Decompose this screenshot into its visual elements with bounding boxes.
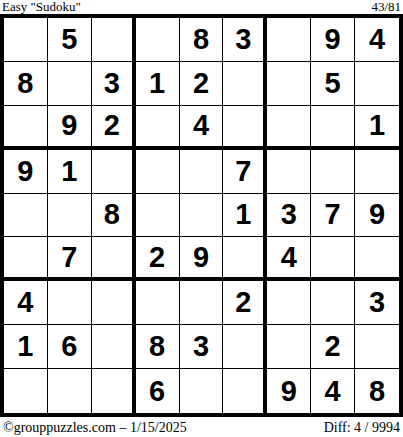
cell-r3c4[interactable] <box>136 106 180 150</box>
cell-r3c5: 4 <box>180 106 224 150</box>
puzzle-title: Easy "Sudoku" <box>2 0 81 14</box>
cell-r8c5: 3 <box>180 325 224 369</box>
cell-r3c8[interactable] <box>311 106 355 150</box>
cell-r8c3[interactable] <box>92 325 136 369</box>
sudoku-board: 58394831259241917813797294423168326948 <box>0 14 403 417</box>
cell-r9c9: 8 <box>355 369 399 413</box>
cell-r2c9[interactable] <box>355 62 399 106</box>
cell-r8c6[interactable] <box>223 325 267 369</box>
cell-r4c2: 1 <box>48 150 92 194</box>
cell-r6c4: 2 <box>136 237 180 281</box>
cell-r7c2[interactable] <box>48 281 92 325</box>
cell-r1c3[interactable] <box>92 18 136 62</box>
footer: ©grouppuzzles.com – 1/15/2025 Diff: 4 / … <box>0 418 403 436</box>
cell-r9c7: 9 <box>267 369 311 413</box>
cell-r8c9[interactable] <box>355 325 399 369</box>
cell-r1c9: 4 <box>355 18 399 62</box>
cell-r1c6: 3 <box>223 18 267 62</box>
cell-r3c3: 2 <box>92 106 136 150</box>
cell-r4c8[interactable] <box>311 150 355 194</box>
cell-r5c4[interactable] <box>136 194 180 238</box>
cell-r2c5: 2 <box>180 62 224 106</box>
cell-r4c7[interactable] <box>267 150 311 194</box>
cell-r6c2: 7 <box>48 237 92 281</box>
cell-r8c2: 6 <box>48 325 92 369</box>
cell-r6c5: 9 <box>180 237 224 281</box>
cell-r6c7: 4 <box>267 237 311 281</box>
cell-r3c7[interactable] <box>267 106 311 150</box>
cell-r3c6[interactable] <box>223 106 267 150</box>
cell-r6c8[interactable] <box>311 237 355 281</box>
cell-r9c3[interactable] <box>92 369 136 413</box>
cell-r8c7[interactable] <box>267 325 311 369</box>
cell-r1c4[interactable] <box>136 18 180 62</box>
cell-r9c8: 4 <box>311 369 355 413</box>
cell-r4c3[interactable] <box>92 150 136 194</box>
cell-r7c1: 4 <box>4 281 48 325</box>
copyright-text: ©grouppuzzles.com – 1/15/2025 <box>3 419 187 436</box>
cell-r5c3: 8 <box>92 194 136 238</box>
cell-r4c4[interactable] <box>136 150 180 194</box>
cell-r1c2: 5 <box>48 18 92 62</box>
cell-r9c5[interactable] <box>180 369 224 413</box>
cell-r7c3[interactable] <box>92 281 136 325</box>
cell-r4c5[interactable] <box>180 150 224 194</box>
cell-r5c1[interactable] <box>4 194 48 238</box>
cell-r1c8: 9 <box>311 18 355 62</box>
cell-r2c2[interactable] <box>48 62 92 106</box>
cell-r7c4[interactable] <box>136 281 180 325</box>
cell-r2c1: 8 <box>4 62 48 106</box>
cell-r5c7: 3 <box>267 194 311 238</box>
cell-r4c1: 9 <box>4 150 48 194</box>
cell-r6c9[interactable] <box>355 237 399 281</box>
cell-r3c9: 1 <box>355 106 399 150</box>
cell-r6c3[interactable] <box>92 237 136 281</box>
cell-r9c4: 6 <box>136 369 180 413</box>
cell-r7c5[interactable] <box>180 281 224 325</box>
cell-r8c4: 8 <box>136 325 180 369</box>
cell-r6c6[interactable] <box>223 237 267 281</box>
cell-r2c3: 3 <box>92 62 136 106</box>
cell-r4c9[interactable] <box>355 150 399 194</box>
sudoku-page: Easy "Sudoku" 43/81 58394831259241917813… <box>0 0 403 437</box>
cell-r3c2: 9 <box>48 106 92 150</box>
cell-r9c1[interactable] <box>4 369 48 413</box>
cell-r2c4: 1 <box>136 62 180 106</box>
cell-r2c6[interactable] <box>223 62 267 106</box>
cell-r9c6[interactable] <box>223 369 267 413</box>
difficulty-text: Diff: 4 / 9994 <box>324 419 400 436</box>
cell-r5c8: 7 <box>311 194 355 238</box>
cell-r9c2[interactable] <box>48 369 92 413</box>
cell-r1c5: 8 <box>180 18 224 62</box>
cell-r6c1[interactable] <box>4 237 48 281</box>
cell-r3c1[interactable] <box>4 106 48 150</box>
cell-r2c7[interactable] <box>267 62 311 106</box>
clue-counter: 43/81 <box>371 0 401 14</box>
cell-r8c1: 1 <box>4 325 48 369</box>
cell-r2c8: 5 <box>311 62 355 106</box>
header: Easy "Sudoku" 43/81 <box>0 0 403 14</box>
cell-r7c8[interactable] <box>311 281 355 325</box>
cell-r4c6: 7 <box>223 150 267 194</box>
cell-r7c9: 3 <box>355 281 399 325</box>
cell-r5c9: 9 <box>355 194 399 238</box>
cell-r1c1[interactable] <box>4 18 48 62</box>
cell-r7c6: 2 <box>223 281 267 325</box>
cell-r5c2[interactable] <box>48 194 92 238</box>
cell-r5c6: 1 <box>223 194 267 238</box>
cell-r1c7[interactable] <box>267 18 311 62</box>
cell-r5c5[interactable] <box>180 194 224 238</box>
cell-r7c7[interactable] <box>267 281 311 325</box>
cell-r8c8: 2 <box>311 325 355 369</box>
